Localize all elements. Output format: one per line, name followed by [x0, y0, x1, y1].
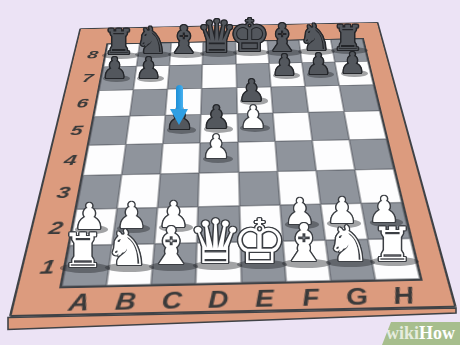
piece-black-pawn-h7[interactable]: ♟ [313, 49, 393, 78]
file-labels: ABCDEFGH [53, 281, 430, 318]
square-b4[interactable] [121, 144, 162, 175]
square-h6[interactable] [339, 85, 379, 112]
file-label-B: B [100, 287, 150, 318]
piece-white-pawn-d4[interactable]: ♟ [176, 131, 256, 164]
file-label-D: D [194, 285, 241, 316]
square-g5[interactable] [308, 112, 349, 141]
square-f4[interactable] [274, 140, 315, 171]
file-label-E: E [240, 284, 288, 315]
wikihow-wiki-text: wiki [386, 323, 419, 344]
rank-label-5: 5 [52, 117, 92, 146]
file-label-H: H [377, 281, 430, 312]
square-g6[interactable] [304, 86, 343, 113]
square-g4[interactable] [311, 140, 354, 171]
square-a5[interactable] [88, 116, 129, 145]
square-a4[interactable] [82, 144, 125, 175]
rank-label-6: 6 [59, 90, 97, 117]
file-label-F: F [286, 283, 335, 314]
piece-black-pawn-b7[interactable]: ♟ [109, 54, 189, 83]
file-label-A: A [53, 288, 104, 319]
wikihow-how-text: How [419, 323, 455, 344]
piece-white-rook-h1[interactable]: ♜ [352, 221, 432, 268]
file-label-C: C [147, 286, 195, 317]
rank-label-4: 4 [45, 145, 87, 177]
square-h4[interactable] [349, 139, 393, 170]
square-a6[interactable] [94, 90, 133, 117]
square-h5[interactable] [343, 111, 385, 140]
wikihow-watermark: wikiHow [382, 322, 460, 345]
file-label-G: G [331, 282, 382, 313]
chess-illustration: 87654321 ABCDEFGH ♜♞♝♛♚♝♞♜♟♟♟♟♟♟♟♟♟♟♟♟♟♟… [0, 0, 460, 345]
